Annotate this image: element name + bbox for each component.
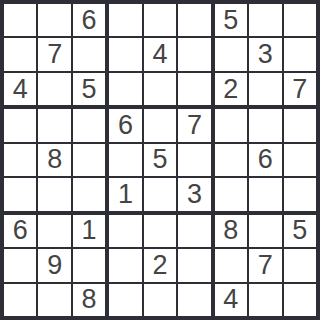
cell-r9c1[interactable] <box>4 284 36 316</box>
cell-r7c3[interactable]: 1 <box>73 215 105 247</box>
cell-r5c9[interactable] <box>284 144 316 176</box>
cell-r5c6[interactable] <box>178 144 210 176</box>
box-2: 4 <box>109 4 210 105</box>
cell-r1c2[interactable] <box>38 4 70 36</box>
cell-r8c4[interactable] <box>109 249 141 281</box>
cell-r3c4[interactable] <box>109 73 141 105</box>
cell-r1c9[interactable] <box>284 4 316 36</box>
cell-r3c8[interactable] <box>249 73 281 105</box>
cell-r9c8[interactable] <box>249 284 281 316</box>
cell-r9c2[interactable] <box>38 284 70 316</box>
cell-r8c7[interactable] <box>215 249 247 281</box>
cell-r7c8[interactable] <box>249 215 281 247</box>
cell-r2c6[interactable] <box>178 38 210 70</box>
box-7: 6198 <box>4 215 105 316</box>
cell-r3c3[interactable]: 5 <box>73 73 105 105</box>
cell-r2c4[interactable] <box>109 38 141 70</box>
cell-r3c6[interactable] <box>178 73 210 105</box>
cell-r8c3[interactable] <box>73 249 105 281</box>
cell-r6c3[interactable] <box>73 178 105 210</box>
cell-r6c9[interactable] <box>284 178 316 210</box>
cell-r5c7[interactable] <box>215 144 247 176</box>
cell-r4c4[interactable]: 6 <box>109 109 141 141</box>
cell-r4c1[interactable] <box>4 109 36 141</box>
cell-r5c8[interactable]: 6 <box>249 144 281 176</box>
cell-r4c5[interactable] <box>144 109 176 141</box>
cell-r5c3[interactable] <box>73 144 105 176</box>
cell-r2c8[interactable]: 3 <box>249 38 281 70</box>
cell-r9c9[interactable] <box>284 284 316 316</box>
cell-r1c8[interactable] <box>249 4 281 36</box>
cell-r8c5[interactable]: 2 <box>144 249 176 281</box>
cell-r7c5[interactable] <box>144 215 176 247</box>
cell-r3c1[interactable]: 4 <box>4 73 36 105</box>
cell-r9c5[interactable] <box>144 284 176 316</box>
cell-r4c7[interactable] <box>215 109 247 141</box>
cell-r9c3[interactable]: 8 <box>73 284 105 316</box>
cell-r9c6[interactable] <box>178 284 210 316</box>
cell-r6c5[interactable] <box>144 178 176 210</box>
cell-r5c2[interactable]: 8 <box>38 144 70 176</box>
cell-r1c4[interactable] <box>109 4 141 36</box>
cell-r7c4[interactable] <box>109 215 141 247</box>
box-9: 8574 <box>215 215 316 316</box>
cell-r8c9[interactable] <box>284 249 316 281</box>
cell-r1c5[interactable] <box>144 4 176 36</box>
cell-r4c2[interactable] <box>38 109 70 141</box>
cell-r7c6[interactable] <box>178 215 210 247</box>
cell-r2c2[interactable]: 7 <box>38 38 70 70</box>
cell-r1c3[interactable]: 6 <box>73 4 105 36</box>
cell-r2c1[interactable] <box>4 38 36 70</box>
box-4: 8 <box>4 109 105 210</box>
cell-r6c7[interactable] <box>215 178 247 210</box>
cell-r5c5[interactable]: 5 <box>144 144 176 176</box>
cell-r8c2[interactable]: 9 <box>38 249 70 281</box>
cell-r3c7[interactable]: 2 <box>215 73 247 105</box>
cell-r2c7[interactable] <box>215 38 247 70</box>
cell-r8c8[interactable]: 7 <box>249 249 281 281</box>
cell-r9c7[interactable]: 4 <box>215 284 247 316</box>
cell-r7c9[interactable]: 5 <box>284 215 316 247</box>
box-3: 5327 <box>215 4 316 105</box>
cell-r5c4[interactable] <box>109 144 141 176</box>
cell-r6c1[interactable] <box>4 178 36 210</box>
cell-r2c9[interactable] <box>284 38 316 70</box>
cell-r8c6[interactable] <box>178 249 210 281</box>
cell-r7c2[interactable] <box>38 215 70 247</box>
cell-r6c6[interactable]: 3 <box>178 178 210 210</box>
cell-r1c7[interactable]: 5 <box>215 4 247 36</box>
box-1: 6745 <box>4 4 105 105</box>
cell-r3c9[interactable]: 7 <box>284 73 316 105</box>
cell-r3c2[interactable] <box>38 73 70 105</box>
box-8: 2 <box>109 215 210 316</box>
cell-r4c3[interactable] <box>73 109 105 141</box>
cell-r7c1[interactable]: 6 <box>4 215 36 247</box>
sudoku-board: 6745453278675136619828574 <box>0 0 320 320</box>
cell-r5c1[interactable] <box>4 144 36 176</box>
cell-r2c5[interactable]: 4 <box>144 38 176 70</box>
cell-r7c7[interactable]: 8 <box>215 215 247 247</box>
cell-r4c9[interactable] <box>284 109 316 141</box>
cell-r4c6[interactable]: 7 <box>178 109 210 141</box>
cell-r9c4[interactable] <box>109 284 141 316</box>
box-6: 6 <box>215 109 316 210</box>
cell-r6c8[interactable] <box>249 178 281 210</box>
cell-r4c8[interactable] <box>249 109 281 141</box>
cell-r1c6[interactable] <box>178 4 210 36</box>
cell-r1c1[interactable] <box>4 4 36 36</box>
cell-r6c2[interactable] <box>38 178 70 210</box>
box-5: 67513 <box>109 109 210 210</box>
cell-r2c3[interactable] <box>73 38 105 70</box>
cell-r8c1[interactable] <box>4 249 36 281</box>
cell-r3c5[interactable] <box>144 73 176 105</box>
cell-r6c4[interactable]: 1 <box>109 178 141 210</box>
